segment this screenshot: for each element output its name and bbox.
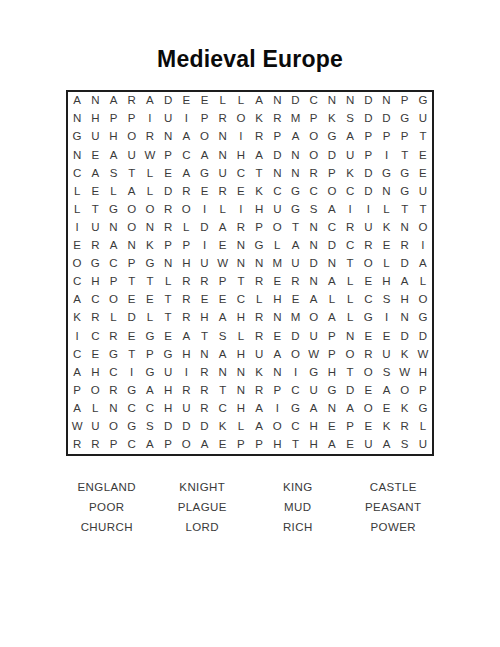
grid-cell-r9c11[interactable]: G: [250, 237, 268, 255]
grid-cell-r1c7[interactable]: E: [177, 92, 195, 110]
grid-cell-r3c10[interactable]: I: [232, 128, 250, 146]
grid-cell-r16c16[interactable]: T: [341, 363, 359, 381]
grid-cell-r11c11[interactable]: R: [250, 273, 268, 291]
grid-cell-r17c6[interactable]: H: [159, 382, 177, 400]
grid-cell-r7c12[interactable]: U: [268, 201, 286, 219]
grid-cell-r19c10[interactable]: L: [232, 418, 250, 436]
grid-cell-r4c16[interactable]: U: [341, 146, 359, 164]
grid-cell-r9c17[interactable]: R: [359, 237, 377, 255]
grid-cell-r16c2[interactable]: H: [86, 363, 104, 381]
grid-cell-r3c4[interactable]: O: [123, 128, 141, 146]
grid-cell-r19c1[interactable]: W: [68, 418, 86, 436]
grid-cell-r5c9[interactable]: U: [214, 164, 232, 182]
grid-cell-r10c16[interactable]: T: [341, 255, 359, 273]
grid-cell-r19c20[interactable]: L: [414, 418, 432, 436]
grid-cell-r8c1[interactable]: I: [68, 219, 86, 237]
grid-cell-r6c18[interactable]: N: [377, 182, 395, 200]
grid-cell-r14c20[interactable]: D: [414, 327, 432, 345]
grid-cell-r10c18[interactable]: L: [377, 255, 395, 273]
grid-cell-r9c12[interactable]: L: [268, 237, 286, 255]
grid-cell-r20c2[interactable]: R: [86, 436, 104, 454]
grid-cell-r19c11[interactable]: A: [250, 418, 268, 436]
grid-cell-r9c19[interactable]: R: [396, 237, 414, 255]
grid-cell-r3c20[interactable]: T: [414, 128, 432, 146]
grid-cell-r15c8[interactable]: N: [195, 345, 213, 363]
grid-cell-r16c20[interactable]: H: [414, 363, 432, 381]
grid-cell-r14c5[interactable]: G: [141, 327, 159, 345]
grid-cell-r10c15[interactable]: N: [323, 255, 341, 273]
grid-cell-r16c3[interactable]: C: [104, 363, 122, 381]
grid-cell-r14c16[interactable]: N: [341, 327, 359, 345]
grid-cell-r15c7[interactable]: H: [177, 345, 195, 363]
grid-cell-r14c14[interactable]: U: [305, 327, 323, 345]
grid-cell-r7c15[interactable]: A: [323, 201, 341, 219]
grid-cell-r14c10[interactable]: L: [232, 327, 250, 345]
grid-cell-r15c9[interactable]: A: [214, 345, 232, 363]
grid-cell-r5c15[interactable]: P: [323, 164, 341, 182]
grid-cell-r12c6[interactable]: T: [159, 291, 177, 309]
grid-cell-r14c12[interactable]: E: [268, 327, 286, 345]
grid-cell-r8c12[interactable]: O: [268, 219, 286, 237]
grid-cell-r2c1[interactable]: N: [68, 110, 86, 128]
grid-cell-r18c18[interactable]: E: [377, 400, 395, 418]
grid-cell-r10c7[interactable]: H: [177, 255, 195, 273]
grid-cell-r7c14[interactable]: S: [305, 201, 323, 219]
grid-cell-r15c13[interactable]: O: [286, 345, 304, 363]
grid-cell-r3c18[interactable]: P: [377, 128, 395, 146]
grid-cell-r15c4[interactable]: T: [123, 345, 141, 363]
grid-cell-r8c2[interactable]: U: [86, 219, 104, 237]
grid-cell-r18c2[interactable]: L: [86, 400, 104, 418]
grid-cell-r4c8[interactable]: A: [195, 146, 213, 164]
grid-cell-r19c2[interactable]: U: [86, 418, 104, 436]
grid-cell-r4c5[interactable]: W: [141, 146, 159, 164]
grid-cell-r1c2[interactable]: N: [86, 92, 104, 110]
grid-cell-r9c9[interactable]: E: [214, 237, 232, 255]
grid-cell-r2c17[interactable]: D: [359, 110, 377, 128]
grid-cell-r2c2[interactable]: H: [86, 110, 104, 128]
grid-cell-r3c6[interactable]: N: [159, 128, 177, 146]
grid-cell-r7c18[interactable]: L: [377, 201, 395, 219]
grid-cell-r5c16[interactable]: K: [341, 164, 359, 182]
grid-cell-r4c20[interactable]: E: [414, 146, 432, 164]
grid-cell-r12c14[interactable]: A: [305, 291, 323, 309]
grid-cell-r8c7[interactable]: L: [177, 219, 195, 237]
grid-cell-r12c3[interactable]: O: [104, 291, 122, 309]
grid-cell-r12c1[interactable]: A: [68, 291, 86, 309]
grid-cell-r5c1[interactable]: C: [68, 164, 86, 182]
grid-cell-r8c19[interactable]: N: [396, 219, 414, 237]
grid-cell-r19c7[interactable]: D: [177, 418, 195, 436]
grid-cell-r19c9[interactable]: K: [214, 418, 232, 436]
grid-cell-r1c6[interactable]: D: [159, 92, 177, 110]
grid-cell-r6c2[interactable]: E: [86, 182, 104, 200]
grid-cell-r6c20[interactable]: U: [414, 182, 432, 200]
grid-cell-r16c5[interactable]: G: [141, 363, 159, 381]
grid-cell-r11c16[interactable]: L: [341, 273, 359, 291]
grid-cell-r4c17[interactable]: P: [359, 146, 377, 164]
grid-cell-r8c10[interactable]: R: [232, 219, 250, 237]
grid-cell-r2c4[interactable]: P: [123, 110, 141, 128]
grid-cell-r19c19[interactable]: R: [396, 418, 414, 436]
grid-cell-r4c2[interactable]: E: [86, 146, 104, 164]
grid-cell-r3c5[interactable]: R: [141, 128, 159, 146]
grid-cell-r20c4[interactable]: C: [123, 436, 141, 454]
grid-cell-r12c20[interactable]: O: [414, 291, 432, 309]
grid-cell-r1c16[interactable]: N: [341, 92, 359, 110]
grid-cell-r2c6[interactable]: U: [159, 110, 177, 128]
grid-cell-r11c1[interactable]: C: [68, 273, 86, 291]
grid-cell-r1c14[interactable]: C: [305, 92, 323, 110]
grid-cell-r14c7[interactable]: A: [177, 327, 195, 345]
grid-cell-r16c10[interactable]: N: [232, 363, 250, 381]
grid-cell-r10c17[interactable]: O: [359, 255, 377, 273]
grid-cell-r18c20[interactable]: G: [414, 400, 432, 418]
grid-cell-r14c3[interactable]: R: [104, 327, 122, 345]
grid-cell-r11c18[interactable]: H: [377, 273, 395, 291]
grid-cell-r7c7[interactable]: O: [177, 201, 195, 219]
grid-cell-r20c19[interactable]: S: [396, 436, 414, 454]
grid-cell-r15c14[interactable]: W: [305, 345, 323, 363]
grid-cell-r16c9[interactable]: N: [214, 363, 232, 381]
grid-cell-r6c11[interactable]: K: [250, 182, 268, 200]
grid-cell-r2c20[interactable]: U: [414, 110, 432, 128]
grid-cell-r1c11[interactable]: A: [250, 92, 268, 110]
grid-cell-r15c20[interactable]: W: [414, 345, 432, 363]
grid-cell-r10c20[interactable]: A: [414, 255, 432, 273]
grid-cell-r1c13[interactable]: D: [286, 92, 304, 110]
grid-cell-r16c1[interactable]: A: [68, 363, 86, 381]
grid-cell-r2c9[interactable]: R: [214, 110, 232, 128]
grid-cell-r20c6[interactable]: P: [159, 436, 177, 454]
grid-cell-r13c5[interactable]: L: [141, 309, 159, 327]
grid-cell-r4c1[interactable]: N: [68, 146, 86, 164]
grid-cell-r8c4[interactable]: O: [123, 219, 141, 237]
grid-cell-r8c6[interactable]: R: [159, 219, 177, 237]
grid-cell-r13c12[interactable]: N: [268, 309, 286, 327]
grid-cell-r19c14[interactable]: H: [305, 418, 323, 436]
grid-cell-r4c7[interactable]: C: [177, 146, 195, 164]
grid-cell-r9c14[interactable]: N: [305, 237, 323, 255]
grid-cell-r19c18[interactable]: K: [377, 418, 395, 436]
grid-cell-r11c13[interactable]: R: [286, 273, 304, 291]
grid-cell-r18c7[interactable]: U: [177, 400, 195, 418]
grid-cell-r2c8[interactable]: P: [195, 110, 213, 128]
grid-cell-r13c19[interactable]: N: [396, 309, 414, 327]
grid-cell-r16c6[interactable]: U: [159, 363, 177, 381]
grid-cell-r2c19[interactable]: G: [396, 110, 414, 128]
grid-cell-r8c3[interactable]: N: [104, 219, 122, 237]
grid-cell-r11c19[interactable]: A: [396, 273, 414, 291]
grid-cell-r7c6[interactable]: R: [159, 201, 177, 219]
grid-cell-r12c11[interactable]: L: [250, 291, 268, 309]
grid-cell-r3c1[interactable]: G: [68, 128, 86, 146]
grid-cell-r5c18[interactable]: G: [377, 164, 395, 182]
grid-cell-r5c3[interactable]: S: [104, 164, 122, 182]
grid-cell-r2c10[interactable]: O: [232, 110, 250, 128]
grid-cell-r20c15[interactable]: A: [323, 436, 341, 454]
grid-cell-r2c14[interactable]: P: [305, 110, 323, 128]
grid-cell-r1c18[interactable]: N: [377, 92, 395, 110]
grid-cell-r2c15[interactable]: K: [323, 110, 341, 128]
grid-cell-r16c11[interactable]: K: [250, 363, 268, 381]
grid-cell-r20c12[interactable]: H: [268, 436, 286, 454]
grid-cell-r6c14[interactable]: C: [305, 182, 323, 200]
grid-cell-r20c3[interactable]: P: [104, 436, 122, 454]
grid-cell-r19c5[interactable]: S: [141, 418, 159, 436]
grid-cell-r20c18[interactable]: A: [377, 436, 395, 454]
grid-cell-r20c14[interactable]: H: [305, 436, 323, 454]
grid-cell-r5c13[interactable]: N: [286, 164, 304, 182]
grid-cell-r15c2[interactable]: E: [86, 345, 104, 363]
grid-cell-r12c12[interactable]: H: [268, 291, 286, 309]
grid-cell-r14c9[interactable]: S: [214, 327, 232, 345]
grid-cell-r9c13[interactable]: A: [286, 237, 304, 255]
grid-cell-r15c17[interactable]: R: [359, 345, 377, 363]
grid-cell-r10c12[interactable]: M: [268, 255, 286, 273]
grid-cell-r14c8[interactable]: T: [195, 327, 213, 345]
grid-cell-r8c16[interactable]: R: [341, 219, 359, 237]
grid-cell-r9c20[interactable]: I: [414, 237, 432, 255]
grid-cell-r15c15[interactable]: P: [323, 345, 341, 363]
grid-cell-r20c9[interactable]: E: [214, 436, 232, 454]
grid-cell-r6c15[interactable]: O: [323, 182, 341, 200]
grid-cell-r18c17[interactable]: O: [359, 400, 377, 418]
grid-cell-r2c11[interactable]: K: [250, 110, 268, 128]
grid-cell-r1c9[interactable]: L: [214, 92, 232, 110]
grid-cell-r17c15[interactable]: G: [323, 382, 341, 400]
grid-cell-r19c8[interactable]: D: [195, 418, 213, 436]
grid-cell-r14c19[interactable]: D: [396, 327, 414, 345]
grid-cell-r19c6[interactable]: D: [159, 418, 177, 436]
grid-cell-r5c5[interactable]: L: [141, 164, 159, 182]
grid-cell-r13c18[interactable]: I: [377, 309, 395, 327]
grid-cell-r7c10[interactable]: I: [232, 201, 250, 219]
grid-cell-r14c6[interactable]: E: [159, 327, 177, 345]
grid-cell-r7c9[interactable]: L: [214, 201, 232, 219]
grid-cell-r14c1[interactable]: I: [68, 327, 86, 345]
grid-cell-r12c18[interactable]: S: [377, 291, 395, 309]
grid-cell-r17c13[interactable]: C: [286, 382, 304, 400]
grid-cell-r6c17[interactable]: D: [359, 182, 377, 200]
grid-cell-r18c4[interactable]: C: [123, 400, 141, 418]
grid-cell-r13c20[interactable]: G: [414, 309, 432, 327]
grid-cell-r5c4[interactable]: T: [123, 164, 141, 182]
grid-cell-r18c10[interactable]: H: [232, 400, 250, 418]
grid-cell-r6c4[interactable]: A: [123, 182, 141, 200]
grid-cell-r7c4[interactable]: O: [123, 201, 141, 219]
grid-cell-r4c10[interactable]: H: [232, 146, 250, 164]
grid-cell-r4c13[interactable]: N: [286, 146, 304, 164]
grid-cell-r10c4[interactable]: P: [123, 255, 141, 273]
grid-cell-r16c19[interactable]: W: [396, 363, 414, 381]
grid-cell-r16c15[interactable]: H: [323, 363, 341, 381]
grid-cell-r1c1[interactable]: A: [68, 92, 86, 110]
grid-cell-r3c12[interactable]: P: [268, 128, 286, 146]
grid-cell-r10c5[interactable]: G: [141, 255, 159, 273]
grid-cell-r9c5[interactable]: K: [141, 237, 159, 255]
grid-cell-r17c11[interactable]: R: [250, 382, 268, 400]
grid-cell-r10c11[interactable]: N: [250, 255, 268, 273]
grid-cell-r8c8[interactable]: D: [195, 219, 213, 237]
grid-cell-r6c5[interactable]: L: [141, 182, 159, 200]
grid-cell-r6c12[interactable]: C: [268, 182, 286, 200]
grid-cell-r19c13[interactable]: C: [286, 418, 304, 436]
grid-cell-r15c1[interactable]: C: [68, 345, 86, 363]
grid-cell-r12c17[interactable]: C: [359, 291, 377, 309]
grid-cell-r7c13[interactable]: G: [286, 201, 304, 219]
grid-cell-r8c14[interactable]: N: [305, 219, 323, 237]
grid-cell-r12c8[interactable]: E: [195, 291, 213, 309]
grid-cell-r7c16[interactable]: I: [341, 201, 359, 219]
grid-cell-r20c20[interactable]: U: [414, 436, 432, 454]
grid-cell-r13c17[interactable]: G: [359, 309, 377, 327]
grid-cell-r10c19[interactable]: D: [396, 255, 414, 273]
grid-cell-r10c2[interactable]: G: [86, 255, 104, 273]
grid-cell-r5c10[interactable]: C: [232, 164, 250, 182]
grid-cell-r1c12[interactable]: N: [268, 92, 286, 110]
grid-cell-r8c13[interactable]: T: [286, 219, 304, 237]
grid-cell-r13c11[interactable]: R: [250, 309, 268, 327]
grid-cell-r6c10[interactable]: E: [232, 182, 250, 200]
grid-cell-r9c2[interactable]: R: [86, 237, 104, 255]
grid-cell-r13c7[interactable]: R: [177, 309, 195, 327]
grid-cell-r12c4[interactable]: E: [123, 291, 141, 309]
grid-cell-r17c20[interactable]: P: [414, 382, 432, 400]
grid-cell-r9c18[interactable]: E: [377, 237, 395, 255]
grid-cell-r17c14[interactable]: U: [305, 382, 323, 400]
grid-cell-r18c1[interactable]: A: [68, 400, 86, 418]
grid-cell-r11c2[interactable]: H: [86, 273, 104, 291]
grid-cell-r11c20[interactable]: L: [414, 273, 432, 291]
grid-cell-r11c14[interactable]: N: [305, 273, 323, 291]
grid-cell-r17c4[interactable]: G: [123, 382, 141, 400]
grid-cell-r1c4[interactable]: R: [123, 92, 141, 110]
grid-cell-r16c7[interactable]: I: [177, 363, 195, 381]
grid-cell-r4c18[interactable]: I: [377, 146, 395, 164]
grid-cell-r20c16[interactable]: E: [341, 436, 359, 454]
grid-cell-r17c2[interactable]: O: [86, 382, 104, 400]
grid-cell-r9c3[interactable]: A: [104, 237, 122, 255]
grid-cell-r14c4[interactable]: E: [123, 327, 141, 345]
grid-cell-r20c5[interactable]: A: [141, 436, 159, 454]
grid-cell-r4c6[interactable]: P: [159, 146, 177, 164]
grid-cell-r9c16[interactable]: C: [341, 237, 359, 255]
grid-cell-r9c1[interactable]: E: [68, 237, 86, 255]
grid-cell-r12c15[interactable]: L: [323, 291, 341, 309]
grid-cell-r5c17[interactable]: D: [359, 164, 377, 182]
grid-cell-r4c14[interactable]: O: [305, 146, 323, 164]
grid-cell-r12c16[interactable]: L: [341, 291, 359, 309]
grid-cell-r11c7[interactable]: R: [177, 273, 195, 291]
grid-cell-r10c14[interactable]: D: [305, 255, 323, 273]
grid-cell-r15c5[interactable]: P: [141, 345, 159, 363]
grid-cell-r4c3[interactable]: A: [104, 146, 122, 164]
grid-cell-r12c2[interactable]: C: [86, 291, 104, 309]
grid-cell-r11c5[interactable]: T: [141, 273, 159, 291]
grid-cell-r18c15[interactable]: N: [323, 400, 341, 418]
grid-cell-r18c6[interactable]: H: [159, 400, 177, 418]
grid-cell-r1c17[interactable]: D: [359, 92, 377, 110]
grid-cell-r2c5[interactable]: I: [141, 110, 159, 128]
grid-cell-r5c12[interactable]: N: [268, 164, 286, 182]
grid-cell-r10c1[interactable]: O: [68, 255, 86, 273]
grid-cell-r20c7[interactable]: O: [177, 436, 195, 454]
grid-cell-r7c11[interactable]: H: [250, 201, 268, 219]
grid-cell-r13c8[interactable]: H: [195, 309, 213, 327]
grid-cell-r15c19[interactable]: K: [396, 345, 414, 363]
grid-cell-r17c7[interactable]: R: [177, 382, 195, 400]
grid-cell-r2c7[interactable]: I: [177, 110, 195, 128]
grid-cell-r5c19[interactable]: G: [396, 164, 414, 182]
grid-cell-r6c8[interactable]: E: [195, 182, 213, 200]
grid-cell-r11c10[interactable]: T: [232, 273, 250, 291]
grid-cell-r13c2[interactable]: R: [86, 309, 104, 327]
grid-cell-r4c11[interactable]: A: [250, 146, 268, 164]
grid-cell-r2c18[interactable]: D: [377, 110, 395, 128]
grid-cell-r12c19[interactable]: H: [396, 291, 414, 309]
grid-cell-r10c6[interactable]: N: [159, 255, 177, 273]
grid-cell-r12c9[interactable]: E: [214, 291, 232, 309]
grid-cell-r1c3[interactable]: A: [104, 92, 122, 110]
grid-cell-r17c9[interactable]: T: [214, 382, 232, 400]
grid-cell-r13c16[interactable]: L: [341, 309, 359, 327]
grid-cell-r6c3[interactable]: L: [104, 182, 122, 200]
grid-cell-r19c12[interactable]: O: [268, 418, 286, 436]
grid-cell-r14c11[interactable]: R: [250, 327, 268, 345]
grid-cell-r1c15[interactable]: N: [323, 92, 341, 110]
grid-cell-r8c15[interactable]: C: [323, 219, 341, 237]
grid-cell-r17c19[interactable]: O: [396, 382, 414, 400]
grid-cell-r10c9[interactable]: W: [214, 255, 232, 273]
grid-cell-r19c17[interactable]: E: [359, 418, 377, 436]
grid-cell-r16c18[interactable]: S: [377, 363, 395, 381]
grid-cell-r4c15[interactable]: D: [323, 146, 341, 164]
grid-cell-r8c18[interactable]: K: [377, 219, 395, 237]
grid-cell-r6c6[interactable]: D: [159, 182, 177, 200]
grid-cell-r7c2[interactable]: T: [86, 201, 104, 219]
grid-cell-r13c3[interactable]: L: [104, 309, 122, 327]
grid-cell-r3c15[interactable]: G: [323, 128, 341, 146]
grid-cell-r19c4[interactable]: G: [123, 418, 141, 436]
grid-cell-r3c8[interactable]: O: [195, 128, 213, 146]
grid-cell-r17c1[interactable]: P: [68, 382, 86, 400]
grid-cell-r2c3[interactable]: P: [104, 110, 122, 128]
grid-cell-r20c10[interactable]: P: [232, 436, 250, 454]
grid-cell-r6c9[interactable]: R: [214, 182, 232, 200]
grid-cell-r5c2[interactable]: A: [86, 164, 104, 182]
grid-cell-r11c3[interactable]: P: [104, 273, 122, 291]
grid-cell-r9c15[interactable]: D: [323, 237, 341, 255]
grid-cell-r3c14[interactable]: O: [305, 128, 323, 146]
grid-cell-r7c19[interactable]: T: [396, 201, 414, 219]
grid-cell-r11c6[interactable]: L: [159, 273, 177, 291]
grid-cell-r8c20[interactable]: O: [414, 219, 432, 237]
grid-cell-r1c5[interactable]: A: [141, 92, 159, 110]
grid-cell-r11c4[interactable]: T: [123, 273, 141, 291]
grid-cell-r14c2[interactable]: C: [86, 327, 104, 345]
grid-cell-r3c16[interactable]: A: [341, 128, 359, 146]
grid-cell-r12c5[interactable]: E: [141, 291, 159, 309]
grid-cell-r19c3[interactable]: O: [104, 418, 122, 436]
grid-cell-r8c17[interactable]: U: [359, 219, 377, 237]
grid-cell-r9c4[interactable]: N: [123, 237, 141, 255]
grid-cell-r3c17[interactable]: P: [359, 128, 377, 146]
grid-cell-r19c16[interactable]: P: [341, 418, 359, 436]
grid-cell-r1c10[interactable]: L: [232, 92, 250, 110]
grid-cell-r10c3[interactable]: C: [104, 255, 122, 273]
grid-cell-r20c13[interactable]: T: [286, 436, 304, 454]
